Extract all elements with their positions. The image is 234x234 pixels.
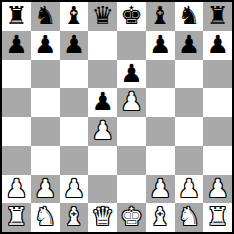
square-g2[interactable]: ♟ [175,175,204,204]
piece-white-pawn-icon: ♟ [206,175,228,204]
square-h6[interactable] [203,60,232,89]
piece-white-pawn-icon: ♟ [149,175,171,204]
square-g3[interactable] [175,146,204,175]
square-e6[interactable]: ♟ [117,60,146,89]
square-d3[interactable] [88,146,117,175]
piece-white-rook-icon: ♜ [206,203,228,232]
square-b1[interactable]: ♞ [31,203,60,232]
square-a4[interactable] [2,117,31,146]
square-g7[interactable]: ♟ [175,31,204,60]
piece-white-knight-icon: ♞ [34,203,56,232]
square-a3[interactable] [2,146,31,175]
piece-white-bishop-icon: ♝ [63,203,85,232]
square-b8[interactable]: ♞ [31,2,60,31]
piece-black-bishop-icon: ♝ [149,2,171,31]
piece-white-pawn-icon: ♟ [5,175,27,204]
square-g4[interactable] [175,117,204,146]
square-a6[interactable] [2,60,31,89]
square-c4[interactable] [60,117,89,146]
square-d4[interactable]: ♟ [88,117,117,146]
square-h1[interactable]: ♜ [203,203,232,232]
square-h2[interactable]: ♟ [203,175,232,204]
square-b2[interactable]: ♟ [31,175,60,204]
square-d7[interactable] [88,31,117,60]
square-c7[interactable]: ♟ [60,31,89,60]
piece-black-pawn-icon: ♟ [91,88,113,117]
square-e7[interactable] [117,31,146,60]
piece-black-pawn-icon: ♟ [5,31,27,60]
square-c1[interactable]: ♝ [60,203,89,232]
square-c6[interactable] [60,60,89,89]
piece-black-knight-icon: ♞ [34,2,56,31]
piece-white-pawn-icon: ♟ [120,88,142,117]
piece-black-pawn-icon: ♟ [178,31,200,60]
square-c2[interactable]: ♟ [60,175,89,204]
piece-white-king-icon: ♚ [120,203,142,232]
piece-black-pawn-icon: ♟ [206,31,228,60]
piece-white-knight-icon: ♞ [178,203,200,232]
piece-white-pawn-icon: ♟ [178,175,200,204]
square-g6[interactable] [175,60,204,89]
square-d2[interactable] [88,175,117,204]
square-f8[interactable]: ♝ [146,2,175,31]
piece-black-pawn-icon: ♟ [149,31,171,60]
piece-black-rook-icon: ♜ [5,2,27,31]
square-e4[interactable] [117,117,146,146]
piece-black-queen-icon: ♛ [91,2,113,31]
square-h4[interactable] [203,117,232,146]
square-b3[interactable] [31,146,60,175]
square-d5[interactable]: ♟ [88,88,117,117]
square-c3[interactable] [60,146,89,175]
square-g1[interactable]: ♞ [175,203,204,232]
piece-black-bishop-icon: ♝ [63,2,85,31]
piece-black-pawn-icon: ♟ [63,31,85,60]
square-f7[interactable]: ♟ [146,31,175,60]
square-c8[interactable]: ♝ [60,2,89,31]
square-e8[interactable]: ♚ [117,2,146,31]
square-h7[interactable]: ♟ [203,31,232,60]
square-a1[interactable]: ♜ [2,203,31,232]
square-d6[interactable] [88,60,117,89]
square-e3[interactable] [117,146,146,175]
square-g8[interactable]: ♞ [175,2,204,31]
square-b7[interactable]: ♟ [31,31,60,60]
square-g5[interactable] [175,88,204,117]
square-h8[interactable]: ♜ [203,2,232,31]
square-e1[interactable]: ♚ [117,203,146,232]
square-f4[interactable] [146,117,175,146]
piece-white-rook-icon: ♜ [5,203,27,232]
piece-white-pawn-icon: ♟ [91,117,113,146]
piece-white-bishop-icon: ♝ [149,203,171,232]
square-f1[interactable]: ♝ [146,203,175,232]
square-b6[interactable] [31,60,60,89]
square-f3[interactable] [146,146,175,175]
square-a5[interactable] [2,88,31,117]
chess-board-container: ♜♞♝♛♚♝♞♜♟♟♟♟♟♟♟♟♟♟♟♟♟♟♟♟♜♞♝♛♚♝♞♜ [0,0,234,234]
square-d1[interactable]: ♛ [88,203,117,232]
piece-black-rook-icon: ♜ [206,2,228,31]
piece-white-queen-icon: ♛ [91,203,113,232]
square-d8[interactable]: ♛ [88,2,117,31]
piece-black-pawn-icon: ♟ [120,60,142,89]
square-f6[interactable] [146,60,175,89]
square-b4[interactable] [31,117,60,146]
piece-black-pawn-icon: ♟ [34,31,56,60]
piece-white-pawn-icon: ♟ [63,175,85,204]
square-a8[interactable]: ♜ [2,2,31,31]
square-e2[interactable] [117,175,146,204]
square-h3[interactable] [203,146,232,175]
piece-black-king-icon: ♚ [120,2,142,31]
piece-white-pawn-icon: ♟ [34,175,56,204]
chess-board: ♜♞♝♛♚♝♞♜♟♟♟♟♟♟♟♟♟♟♟♟♟♟♟♟♜♞♝♛♚♝♞♜ [0,0,234,234]
square-e5[interactable]: ♟ [117,88,146,117]
square-h5[interactable] [203,88,232,117]
square-a2[interactable]: ♟ [2,175,31,204]
square-f5[interactable] [146,88,175,117]
square-b5[interactable] [31,88,60,117]
piece-black-knight-icon: ♞ [178,2,200,31]
square-c5[interactable] [60,88,89,117]
square-a7[interactable]: ♟ [2,31,31,60]
square-f2[interactable]: ♟ [146,175,175,204]
